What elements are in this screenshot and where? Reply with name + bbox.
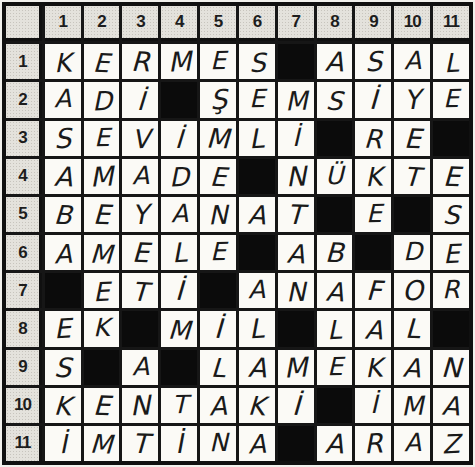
black-cell-r8c7 (278, 311, 314, 346)
cell-letter: T (404, 164, 421, 191)
black-cell-r8c3 (122, 311, 158, 346)
cell-letter: M (89, 162, 114, 190)
cell-letter: E (131, 239, 149, 267)
cell-r8c10[interactable]: L (394, 311, 430, 346)
cell-letter: İ (291, 392, 300, 419)
black-cell-r5c8 (317, 197, 353, 232)
cell-r2c7[interactable]: M (278, 82, 314, 117)
cell-r10c6[interactable]: K (239, 388, 275, 423)
row-header-3: 3 (6, 121, 42, 156)
cell-letter: İ (369, 86, 378, 113)
cell-r11c11[interactable]: Z (433, 426, 469, 461)
cell-r5c3[interactable]: Y (122, 197, 158, 232)
cell-letter: A (247, 202, 266, 229)
cell-letter: K (54, 49, 72, 76)
cell-r4c11[interactable]: E (433, 159, 469, 194)
cell-r6c2[interactable]: M (84, 235, 120, 270)
cell-r2c5[interactable]: Ş (200, 82, 236, 117)
cell-letter: İ (174, 430, 184, 457)
black-cell-r7c5 (200, 273, 236, 308)
cell-r2c3[interactable]: İ (122, 82, 158, 117)
cell-letter: D (169, 164, 190, 191)
cell-r6c10[interactable]: D (394, 235, 430, 270)
cell-r10c10[interactable]: M (394, 388, 430, 423)
col-header-7: 7 (278, 6, 314, 41)
cell-letter: A (286, 240, 305, 267)
crossword-frame: 12345678910111KERMESASAL2ADİŞEMSİYE3SEVİ… (2, 2, 473, 465)
cell-r5c11[interactable]: S (433, 197, 469, 232)
cell-letter: E (326, 353, 342, 378)
cell-r3c7[interactable]: İ (278, 121, 314, 156)
row-header-10: 10 (6, 388, 42, 423)
col-header-11: 11 (433, 6, 469, 41)
row-header-2: 2 (6, 82, 42, 117)
cell-r5c4[interactable]: A (161, 197, 197, 232)
cell-letter: N (286, 278, 307, 305)
cell-letter: N (208, 202, 229, 229)
corner-cell (6, 6, 42, 41)
col-header-10: 10 (394, 6, 430, 41)
cell-letter: B (325, 239, 344, 267)
cell-r1c2[interactable]: E (84, 44, 120, 79)
cell-r1c8[interactable]: A (317, 44, 353, 79)
cell-r4c2[interactable]: M (84, 159, 120, 194)
cell-r8c2[interactable]: K (84, 311, 120, 346)
cell-r11c1[interactable]: İ (45, 426, 81, 461)
row-header-9: 9 (6, 350, 42, 385)
cell-r9c1[interactable]: S (45, 350, 81, 385)
cell-r10c4[interactable]: T (161, 388, 197, 423)
cell-r4c3[interactable]: A (122, 159, 158, 194)
cell-letter: E (403, 124, 421, 152)
cell-r3c5[interactable]: M (200, 121, 236, 156)
cell-letter: L (171, 239, 188, 267)
cell-letter: F (365, 277, 381, 305)
cell-r7c7[interactable]: N (278, 273, 314, 308)
cell-r4c8[interactable]: Ü (317, 159, 353, 194)
black-cell-r10c8 (317, 388, 353, 423)
cell-letter: A (53, 162, 72, 190)
black-cell-r8c11 (433, 311, 469, 346)
cell-r5c2[interactable]: E (84, 197, 120, 232)
cell-r11c8[interactable]: A (317, 426, 353, 461)
cell-letter: R (442, 277, 460, 302)
cell-r4c9[interactable]: K (355, 159, 391, 194)
col-header-8: 8 (317, 6, 353, 41)
col-header-3: 3 (122, 6, 158, 41)
black-cell-r6c6 (239, 235, 275, 270)
cell-letter: Z (442, 431, 461, 458)
cell-letter: A (248, 277, 266, 302)
black-cell-r9c2 (84, 350, 120, 385)
cell-r3c6[interactable]: L (239, 121, 275, 156)
cell-letter: A (364, 316, 383, 343)
cell-letter: T (287, 201, 304, 229)
cell-r9c3[interactable]: A (122, 350, 158, 385)
black-cell-r2c4 (161, 82, 197, 117)
cell-r11c3[interactable]: T (122, 426, 158, 461)
cell-letter: K (93, 315, 110, 340)
cell-r9c9[interactable]: K (355, 350, 391, 385)
cell-r4c10[interactable]: T (394, 159, 430, 194)
cell-letter: A (247, 353, 266, 381)
cell-r10c11[interactable]: A (433, 388, 469, 423)
cell-r7c4[interactable]: İ (161, 273, 197, 308)
cell-letter: İ (58, 431, 67, 457)
crossword-grid: 12345678910111KERMESASAL2ADİŞEMSİYE3SEVİ… (6, 6, 469, 461)
black-cell-r7c1 (45, 273, 81, 308)
cell-r1c10[interactable]: A (394, 44, 430, 79)
cell-letter: N (129, 391, 151, 419)
col-header-2: 2 (84, 6, 120, 41)
cell-letter: R (131, 48, 151, 76)
black-cell-r5c10 (394, 197, 430, 232)
cell-letter: E (93, 124, 109, 149)
cell-letter: M (283, 353, 308, 381)
cell-r3c10[interactable]: E (394, 121, 430, 156)
cell-r6c11[interactable]: E (433, 235, 469, 270)
cell-letter: A (170, 201, 188, 226)
cell-r4c5[interactable]: E (200, 159, 236, 194)
cell-letter: L (249, 124, 266, 152)
cell-r8c6[interactable]: L (239, 311, 275, 346)
cell-letter: M (90, 240, 114, 267)
cell-r7c10[interactable]: O (394, 273, 430, 308)
cell-letter: A (325, 430, 344, 458)
cell-letter: Y (131, 200, 149, 228)
col-header-5: 5 (200, 6, 236, 41)
cell-letter: E (249, 86, 265, 111)
cell-r10c5[interactable]: A (200, 388, 236, 423)
cell-r2c8[interactable]: S (317, 82, 353, 117)
cell-r5c5[interactable]: N (200, 197, 236, 232)
cell-letter: E (93, 49, 111, 76)
cell-r9c5[interactable]: L (200, 350, 236, 385)
cell-r1c3[interactable]: R (122, 44, 158, 79)
cell-r5c6[interactable]: A (239, 197, 275, 232)
cell-r6c1[interactable]: A (45, 235, 81, 270)
cell-r8c8[interactable]: L (317, 311, 353, 346)
cell-letter: L (443, 49, 459, 76)
cell-letter: E (93, 278, 111, 305)
cell-letter: A (247, 431, 266, 458)
cell-r8c1[interactable]: E (45, 311, 81, 346)
cell-letter: M (401, 393, 425, 420)
cell-letter: E (442, 162, 460, 190)
cell-r4c4[interactable]: D (161, 159, 197, 194)
cell-letter: S (442, 202, 460, 229)
row-header-8: 8 (6, 311, 42, 346)
cell-letter: K (364, 164, 382, 191)
row-header-5: 5 (6, 197, 42, 232)
cell-letter: A (325, 278, 344, 305)
cell-r6c5[interactable]: E (200, 235, 236, 270)
cell-letter: M (284, 87, 308, 114)
cell-r11c4[interactable]: İ (161, 426, 197, 461)
cell-letter: R (364, 126, 383, 153)
cell-r1c6[interactable]: S (239, 44, 275, 79)
cell-letter: K (248, 393, 266, 420)
cell-letter: İ (369, 392, 377, 417)
row-header-6: 6 (6, 235, 42, 270)
black-cell-r3c11 (433, 121, 469, 156)
cell-r9c6[interactable]: A (239, 350, 275, 385)
cell-r9c7[interactable]: M (278, 350, 314, 385)
cell-letter: D (91, 87, 112, 114)
cell-letter: İ (136, 88, 145, 114)
black-cell-r3c8 (317, 121, 353, 156)
cell-letter: L (210, 355, 226, 382)
cell-letter: E (365, 201, 381, 226)
black-cell-r11c7 (278, 426, 314, 461)
cell-r9c11[interactable]: N (433, 350, 469, 385)
cell-r2c1[interactable]: A (45, 82, 81, 117)
row-header-11: 11 (6, 426, 42, 461)
cell-letter: M (167, 48, 192, 76)
cell-letter: Y (403, 86, 421, 114)
cell-letter: İ (175, 126, 184, 152)
cell-r2c11[interactable]: E (433, 82, 469, 117)
cell-letter: E (210, 239, 226, 264)
cell-r9c10[interactable]: A (394, 350, 430, 385)
col-header-6: 6 (239, 6, 275, 41)
cell-r6c3[interactable]: E (122, 235, 158, 270)
cell-letter: L (327, 317, 343, 344)
cell-letter: E (442, 240, 460, 267)
cell-letter: E (93, 201, 111, 229)
row-header-7: 7 (6, 273, 42, 308)
cell-r3c2[interactable]: E (84, 121, 120, 156)
cell-letter: Ş (209, 86, 228, 114)
cell-letter: S (248, 49, 266, 76)
cell-letter: Ü (325, 163, 344, 188)
cell-letter: T (132, 430, 149, 458)
cell-letter: M (90, 431, 114, 458)
cell-r10c1[interactable]: K (45, 388, 81, 423)
row-header-1: 1 (6, 44, 42, 79)
cell-r10c9[interactable]: İ (355, 388, 391, 423)
cell-r2c2[interactable]: D (84, 82, 120, 117)
cell-letter: S (326, 87, 344, 114)
cell-r3c9[interactable]: R (355, 121, 391, 156)
cell-r11c6[interactable]: A (239, 426, 275, 461)
cell-r9c8[interactable]: E (317, 350, 353, 385)
cell-letter: A (403, 355, 422, 382)
cell-r6c8[interactable]: B (317, 235, 353, 270)
black-cell-r4c6 (239, 159, 275, 194)
cell-r10c7[interactable]: İ (278, 388, 314, 423)
cell-r11c2[interactable]: M (84, 426, 120, 461)
cell-r3c3[interactable]: V (122, 121, 158, 156)
cell-letter: M (167, 316, 191, 343)
cell-letter: R (363, 429, 383, 457)
cell-letter: V (131, 126, 150, 153)
cell-letter: N (441, 353, 462, 381)
cell-r1c4[interactable]: M (161, 44, 197, 79)
cell-letter: N (208, 430, 227, 455)
cell-r3c1[interactable]: S (45, 121, 81, 156)
cell-letter: E (93, 391, 111, 419)
cell-letter: L (404, 315, 420, 343)
cell-r5c7[interactable]: T (278, 197, 314, 232)
cell-letter: M (206, 124, 230, 152)
cell-r2c9[interactable]: İ (355, 82, 391, 117)
row-header-4: 4 (6, 159, 42, 194)
cell-r7c8[interactable]: A (317, 273, 353, 308)
cell-r7c6[interactable]: A (239, 273, 275, 308)
cell-letter: A (132, 353, 150, 378)
cell-letter: E (210, 48, 226, 73)
cell-r1c11[interactable]: L (433, 44, 469, 79)
cell-letter: T (132, 278, 149, 305)
cell-letter: O (401, 277, 424, 305)
cell-letter: E (443, 86, 459, 111)
cell-letter: İ (175, 277, 184, 304)
cell-letter: D (402, 239, 422, 264)
cell-r3c4[interactable]: İ (161, 121, 197, 156)
cell-letter: E (209, 164, 227, 191)
cell-r8c4[interactable]: M (161, 311, 197, 346)
cell-r10c3[interactable]: N (122, 388, 158, 423)
cell-letter: A (132, 163, 150, 188)
col-header-4: 4 (161, 6, 197, 41)
cell-r11c10[interactable]: A (394, 426, 430, 461)
black-cell-r9c4 (161, 350, 197, 385)
col-header-9: 9 (355, 6, 391, 41)
col-header-1: 1 (45, 6, 81, 41)
cell-r1c1[interactable]: K (45, 44, 81, 79)
cell-letter: T (171, 392, 187, 417)
cell-r8c9[interactable]: A (355, 311, 391, 346)
cell-r1c9[interactable]: S (355, 44, 391, 79)
black-cell-r1c7 (278, 44, 314, 79)
cell-r7c2[interactable]: E (84, 273, 120, 308)
cell-letter: A (403, 48, 421, 73)
cell-letter: İ (292, 125, 300, 150)
cell-letter: A (441, 393, 460, 420)
cell-r6c7[interactable]: A (278, 235, 314, 270)
cell-letter: A (325, 48, 344, 76)
cell-r7c9[interactable]: F (355, 273, 391, 308)
cell-r7c3[interactable]: T (122, 273, 158, 308)
cell-letter: A (403, 430, 421, 455)
cell-r4c7[interactable]: N (278, 159, 314, 194)
cell-r7c11[interactable]: R (433, 273, 469, 308)
cell-r6c4[interactable]: L (161, 235, 197, 270)
cell-r2c6[interactable]: E (239, 82, 275, 117)
cell-letter: İ (214, 315, 223, 342)
cell-letter: B (53, 202, 72, 229)
black-cell-r6c9 (355, 235, 391, 270)
cell-r5c9[interactable]: E (355, 197, 391, 232)
cell-r11c5[interactable]: N (200, 426, 236, 461)
cell-r5c1[interactable]: B (45, 197, 81, 232)
cell-r8c5[interactable]: İ (200, 311, 236, 346)
cell-letter: N (285, 162, 307, 190)
cell-letter: E (53, 315, 72, 343)
cell-letter: K (364, 355, 382, 382)
cell-letter: S (53, 124, 72, 152)
cell-letter: A (53, 240, 72, 267)
cell-letter: K (53, 393, 71, 420)
cell-letter: A (54, 86, 72, 111)
cell-r10c2[interactable]: E (84, 388, 120, 423)
cell-letter: S (54, 353, 72, 381)
cell-r1c5[interactable]: E (200, 44, 236, 79)
cell-r11c9[interactable]: R (355, 426, 391, 461)
cell-letter: S (364, 48, 383, 76)
cell-letter: A (209, 393, 228, 420)
cell-r4c1[interactable]: A (45, 159, 81, 194)
cell-r2c10[interactable]: Y (394, 82, 430, 117)
cell-letter: L (249, 315, 266, 343)
